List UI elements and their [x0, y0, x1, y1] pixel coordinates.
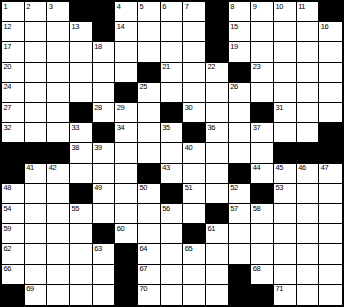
clue-number: 3: [49, 3, 53, 11]
clue-number: 48: [4, 184, 12, 192]
clue-number: 30: [185, 104, 193, 112]
grid-cell[interactable]: [161, 244, 184, 264]
grid-cell[interactable]: 4: [115, 2, 138, 22]
grid-cell[interactable]: [297, 22, 320, 42]
grid-cell[interactable]: 7: [183, 2, 206, 22]
grid-cell[interactable]: 28: [93, 103, 116, 123]
grid-cell[interactable]: [206, 265, 229, 285]
grid-cell[interactable]: [206, 103, 229, 123]
grid-cell[interactable]: 26: [229, 83, 252, 103]
grid-cell[interactable]: [251, 22, 274, 42]
clue-number: 35: [162, 124, 170, 132]
grid-cell[interactable]: [206, 164, 229, 184]
clue-number: 29: [117, 104, 125, 112]
grid-cell[interactable]: [161, 42, 184, 62]
grid-cell[interactable]: [25, 123, 48, 143]
grid-cell[interactable]: [47, 42, 70, 62]
grid-cell[interactable]: 52: [229, 184, 252, 204]
black-cell: [183, 123, 206, 143]
clue-number: 67: [139, 265, 147, 273]
clue-number: 21: [162, 63, 170, 71]
clue-number: 36: [207, 124, 215, 132]
clue-number: 1: [4, 3, 8, 11]
grid-cell[interactable]: [47, 285, 70, 305]
clue-number: 38: [71, 144, 79, 152]
grid-cell[interactable]: 54: [2, 204, 25, 224]
grid-cell[interactable]: [93, 63, 116, 83]
grid-cell[interactable]: 62: [2, 244, 25, 264]
black-cell: [229, 63, 252, 83]
black-cell: [115, 83, 138, 103]
grid-cell[interactable]: 25: [138, 83, 161, 103]
clue-number: 40: [185, 144, 193, 152]
grid-cell[interactable]: [25, 204, 48, 224]
clue-number: 27: [4, 104, 12, 112]
grid-cell[interactable]: [70, 244, 93, 264]
grid-cell[interactable]: 53: [274, 184, 297, 204]
grid-cell[interactable]: [70, 224, 93, 244]
grid-cell[interactable]: 50: [138, 184, 161, 204]
black-cell: [229, 164, 252, 184]
clue-number: 41: [26, 164, 34, 172]
grid-cell[interactable]: [297, 265, 320, 285]
clue-number: 61: [207, 225, 215, 233]
clue-number: 28: [94, 104, 102, 112]
clue-number: 25: [139, 83, 147, 91]
clue-number: 14: [117, 23, 125, 31]
grid-cell[interactable]: 49: [93, 184, 116, 204]
grid-cell[interactable]: [138, 204, 161, 224]
grid-cell[interactable]: [115, 184, 138, 204]
grid-cell[interactable]: 66: [2, 265, 25, 285]
grid-cell[interactable]: [274, 83, 297, 103]
grid-cell[interactable]: [319, 285, 342, 305]
clue-number: 59: [4, 225, 12, 233]
grid-cell[interactable]: 40: [183, 143, 206, 163]
clue-number: 5: [139, 3, 143, 11]
black-cell: [206, 2, 229, 22]
clue-number: 2: [26, 3, 30, 11]
grid-cell[interactable]: [70, 42, 93, 62]
grid-cell[interactable]: 45: [274, 164, 297, 184]
grid-cell[interactable]: [274, 42, 297, 62]
grid-cell[interactable]: [319, 244, 342, 264]
grid-cell[interactable]: 48: [2, 184, 25, 204]
grid-cell[interactable]: [70, 265, 93, 285]
clue-number: 22: [207, 63, 215, 71]
grid-cell[interactable]: 42: [47, 164, 70, 184]
grid-cell[interactable]: [297, 103, 320, 123]
grid-cell[interactable]: 3: [47, 2, 70, 22]
grid-cell[interactable]: 19: [229, 42, 252, 62]
grid-cell[interactable]: [25, 63, 48, 83]
clue-number: 37: [253, 124, 261, 132]
black-cell: [251, 285, 274, 305]
grid-cell[interactable]: [47, 265, 70, 285]
grid-cell[interactable]: 58: [251, 204, 274, 224]
clue-number: 54: [4, 205, 12, 213]
clue-number: 70: [139, 285, 147, 293]
clue-number: 17: [4, 43, 12, 51]
clue-number: 19: [230, 43, 238, 51]
grid-cell[interactable]: [138, 143, 161, 163]
grid-cell[interactable]: [47, 83, 70, 103]
grid-cell[interactable]: [183, 22, 206, 42]
clue-number: 16: [321, 23, 329, 31]
grid-cell[interactable]: 71: [274, 285, 297, 305]
grid-cell[interactable]: 41: [25, 164, 48, 184]
grid-cell[interactable]: 44: [251, 164, 274, 184]
grid-cell[interactable]: 1: [2, 2, 25, 22]
grid-cell[interactable]: [319, 63, 342, 83]
grid-cell[interactable]: 18: [93, 42, 116, 62]
black-cell: [319, 2, 342, 22]
grid-cell[interactable]: [274, 63, 297, 83]
grid-cell[interactable]: [297, 224, 320, 244]
clue-number: 52: [230, 184, 238, 192]
grid-cell[interactable]: 21: [161, 63, 184, 83]
clue-number: 57: [230, 205, 238, 213]
grid-cell[interactable]: [206, 285, 229, 305]
grid-cell[interactable]: 47: [319, 164, 342, 184]
grid-cell[interactable]: 17: [2, 42, 25, 62]
grid-cell[interactable]: [47, 123, 70, 143]
grid-cell[interactable]: [115, 164, 138, 184]
grid-cell[interactable]: 20: [2, 63, 25, 83]
grid-cell[interactable]: 60: [115, 224, 138, 244]
grid-cell[interactable]: [206, 83, 229, 103]
clue-number: 26: [230, 83, 238, 91]
grid-cell[interactable]: 65: [183, 244, 206, 264]
grid-cell[interactable]: 16: [319, 22, 342, 42]
black-cell: [2, 143, 25, 163]
grid-cell[interactable]: [274, 22, 297, 42]
grid-cell[interactable]: [251, 224, 274, 244]
grid-cell[interactable]: [319, 103, 342, 123]
clue-number: 9: [253, 3, 257, 11]
grid-cell[interactable]: 14: [115, 22, 138, 42]
grid-cell[interactable]: [274, 123, 297, 143]
grid-cell[interactable]: 64: [138, 244, 161, 264]
grid-cell[interactable]: [47, 103, 70, 123]
grid-cell[interactable]: [297, 244, 320, 264]
grid-cell[interactable]: [25, 42, 48, 62]
grid-cell[interactable]: [319, 42, 342, 62]
clue-number: 64: [139, 245, 147, 253]
black-cell: [229, 285, 252, 305]
grid-cell[interactable]: [70, 83, 93, 103]
grid-cell[interactable]: [138, 123, 161, 143]
clue-number: 65: [185, 245, 193, 253]
grid-cell[interactable]: 22: [206, 63, 229, 83]
grid-cell[interactable]: 24: [2, 83, 25, 103]
grid-cell[interactable]: [93, 265, 116, 285]
grid-cell[interactable]: 5: [138, 2, 161, 22]
clue-number: 46: [298, 164, 306, 172]
clue-number: 8: [230, 3, 234, 11]
grid-cell[interactable]: [47, 244, 70, 264]
grid-cell[interactable]: 29: [115, 103, 138, 123]
grid-cell[interactable]: [161, 83, 184, 103]
grid-cell[interactable]: 31: [274, 103, 297, 123]
grid-cell[interactable]: [274, 244, 297, 264]
grid-cell[interactable]: 51: [183, 184, 206, 204]
grid-cell[interactable]: [115, 42, 138, 62]
grid-cell[interactable]: 37: [251, 123, 274, 143]
black-cell: [274, 143, 297, 163]
clue-number: 69: [26, 285, 34, 293]
grid-cell[interactable]: 59: [2, 224, 25, 244]
clue-number: 53: [275, 184, 283, 192]
clue-number: 11: [298, 3, 305, 11]
clue-number: 31: [275, 104, 283, 112]
grid-cell[interactable]: [319, 265, 342, 285]
black-cell: [206, 22, 229, 42]
clue-number: 7: [185, 3, 189, 11]
black-cell: [93, 224, 116, 244]
black-cell: [297, 143, 320, 163]
grid-cell[interactable]: [229, 224, 252, 244]
clue-number: 44: [253, 164, 261, 172]
clue-number: 49: [94, 184, 102, 192]
grid-cell[interactable]: 68: [251, 265, 274, 285]
grid-cell[interactable]: 43: [161, 164, 184, 184]
clue-number: 60: [117, 225, 125, 233]
grid-cell[interactable]: [47, 184, 70, 204]
grid-cell[interactable]: [115, 63, 138, 83]
clue-number: 66: [4, 265, 12, 273]
black-cell: [25, 143, 48, 163]
grid-cell[interactable]: [297, 184, 320, 204]
grid-cell[interactable]: [93, 204, 116, 224]
black-cell: [47, 143, 70, 163]
grid-cell[interactable]: 23: [251, 63, 274, 83]
grid-cell[interactable]: 39: [93, 143, 116, 163]
grid-cell[interactable]: 55: [70, 204, 93, 224]
grid-cell[interactable]: 67: [138, 265, 161, 285]
black-cell: [2, 285, 25, 305]
clue-number: 33: [71, 124, 79, 132]
clue-number: 62: [4, 245, 12, 253]
clue-number: 13: [71, 23, 79, 31]
grid-cell[interactable]: [251, 143, 274, 163]
grid-cell[interactable]: [161, 143, 184, 163]
grid-cell[interactable]: 15: [229, 22, 252, 42]
clue-number: 42: [49, 164, 57, 172]
black-cell: [138, 164, 161, 184]
clue-number: 45: [275, 164, 283, 172]
grid-cell[interactable]: [319, 224, 342, 244]
grid-cell[interactable]: [183, 204, 206, 224]
grid-cell[interactable]: 9: [251, 2, 274, 22]
crossword-grid: 1234567891011121314151617181920212223242…: [0, 0, 344, 307]
grid-cell[interactable]: 69: [25, 285, 48, 305]
grid-cell[interactable]: 70: [138, 285, 161, 305]
grid-cell[interactable]: [70, 285, 93, 305]
grid-cell[interactable]: [319, 83, 342, 103]
grid-cell[interactable]: 32: [2, 123, 25, 143]
clue-number: 63: [94, 245, 102, 253]
grid-cell[interactable]: 12: [2, 22, 25, 42]
grid-cell[interactable]: [138, 103, 161, 123]
grid-cell[interactable]: [297, 83, 320, 103]
black-cell: [206, 204, 229, 224]
grid-cell[interactable]: [25, 265, 48, 285]
grid-cell[interactable]: [183, 164, 206, 184]
black-cell: [93, 123, 116, 143]
grid-cell[interactable]: [251, 244, 274, 264]
grid-cell[interactable]: 56: [161, 204, 184, 224]
black-cell: [206, 42, 229, 62]
grid-cell[interactable]: 13: [70, 22, 93, 42]
black-cell: [93, 2, 116, 22]
grid-cell[interactable]: [47, 63, 70, 83]
black-cell: [161, 184, 184, 204]
black-cell: [251, 184, 274, 204]
grid-cell[interactable]: [25, 244, 48, 264]
grid-cell[interactable]: [93, 83, 116, 103]
grid-cell[interactable]: [229, 244, 252, 264]
grid-cell[interactable]: 30: [183, 103, 206, 123]
black-cell: [93, 22, 116, 42]
grid-cell[interactable]: 46: [297, 164, 320, 184]
clue-number: 51: [185, 184, 193, 192]
grid-cell[interactable]: 33: [70, 123, 93, 143]
grid-cell[interactable]: [47, 224, 70, 244]
grid-cell[interactable]: 34: [115, 123, 138, 143]
black-cell: [115, 244, 138, 264]
grid-cell[interactable]: [115, 143, 138, 163]
clue-number: 68: [253, 265, 261, 273]
clue-number: 47: [321, 164, 329, 172]
clue-number: 55: [71, 205, 79, 213]
grid-cell[interactable]: [93, 164, 116, 184]
grid-cell[interactable]: 10: [274, 2, 297, 22]
grid-cell[interactable]: [138, 42, 161, 62]
grid-cell[interactable]: 6: [161, 2, 184, 22]
black-cell: [115, 265, 138, 285]
grid-cell[interactable]: [183, 63, 206, 83]
grid-cell[interactable]: [206, 143, 229, 163]
grid-cell[interactable]: [25, 22, 48, 42]
grid-cell[interactable]: [47, 22, 70, 42]
clue-number: 23: [253, 63, 261, 71]
grid-cell[interactable]: [25, 103, 48, 123]
grid-cell[interactable]: [70, 164, 93, 184]
grid-cell[interactable]: 35: [161, 123, 184, 143]
grid-cell[interactable]: [274, 265, 297, 285]
grid-cell[interactable]: [251, 42, 274, 62]
grid-cell[interactable]: [183, 83, 206, 103]
grid-cell[interactable]: [229, 143, 252, 163]
grid-cell[interactable]: [229, 123, 252, 143]
grid-cell[interactable]: [274, 224, 297, 244]
grid-cell[interactable]: [25, 83, 48, 103]
grid-cell[interactable]: [47, 204, 70, 224]
black-cell: [115, 285, 138, 305]
black-cell: [70, 184, 93, 204]
grid-cell[interactable]: 27: [2, 103, 25, 123]
black-cell: [251, 103, 274, 123]
grid-cell[interactable]: [183, 285, 206, 305]
grid-cell[interactable]: [93, 285, 116, 305]
grid-cell[interactable]: [25, 224, 48, 244]
grid-cell[interactable]: [183, 265, 206, 285]
black-cell: [2, 164, 25, 184]
grid-cell[interactable]: [229, 103, 252, 123]
clue-number: 15: [230, 23, 238, 31]
black-cell: [229, 265, 252, 285]
grid-cell[interactable]: [138, 22, 161, 42]
clue-number: 18: [94, 43, 102, 51]
clue-number: 32: [4, 124, 12, 132]
grid-cell[interactable]: [297, 63, 320, 83]
clue-number: 39: [94, 144, 102, 152]
grid-cell[interactable]: 11: [297, 2, 320, 22]
grid-cell[interactable]: 36: [206, 123, 229, 143]
grid-cell[interactable]: 38: [70, 143, 93, 163]
grid-cell[interactable]: 2: [25, 2, 48, 22]
grid-cell[interactable]: [161, 265, 184, 285]
black-cell: [70, 103, 93, 123]
grid-cell[interactable]: [297, 285, 320, 305]
grid-cell[interactable]: [25, 184, 48, 204]
grid-cell[interactable]: [274, 204, 297, 224]
clue-number: 43: [162, 164, 170, 172]
grid-cell[interactable]: [297, 42, 320, 62]
grid-cell[interactable]: [161, 285, 184, 305]
grid-cell[interactable]: 8: [229, 2, 252, 22]
grid-cell[interactable]: [206, 184, 229, 204]
black-cell: [70, 2, 93, 22]
clue-number: 50: [139, 184, 147, 192]
clue-number: 34: [117, 124, 125, 132]
grid-cell[interactable]: [161, 22, 184, 42]
grid-cell[interactable]: [297, 204, 320, 224]
grid-cell[interactable]: [206, 244, 229, 264]
black-cell: [319, 143, 342, 163]
grid-cell[interactable]: [161, 224, 184, 244]
black-cell: [319, 123, 342, 143]
clue-number: 56: [162, 205, 170, 213]
grid-cell[interactable]: [319, 204, 342, 224]
clue-number: 12: [4, 23, 12, 31]
grid-cell[interactable]: 63: [93, 244, 116, 264]
grid-cell[interactable]: [115, 204, 138, 224]
black-cell: [161, 103, 184, 123]
grid-cell[interactable]: [251, 83, 274, 103]
grid-cell[interactable]: 61: [206, 224, 229, 244]
clue-number: 58: [253, 205, 261, 213]
grid-cell[interactable]: [297, 123, 320, 143]
black-cell: [138, 63, 161, 83]
grid-cell[interactable]: 57: [229, 204, 252, 224]
clue-number: 10: [275, 3, 283, 11]
grid-cell[interactable]: [70, 63, 93, 83]
grid-cell[interactable]: [319, 184, 342, 204]
clue-number: 24: [4, 83, 12, 91]
black-cell: [183, 224, 206, 244]
grid-cell[interactable]: [183, 42, 206, 62]
clue-number: 71: [275, 285, 283, 293]
clue-number: 20: [4, 63, 12, 71]
grid-cell[interactable]: [138, 224, 161, 244]
clue-number: 6: [162, 3, 166, 11]
clue-number: 4: [117, 3, 121, 11]
